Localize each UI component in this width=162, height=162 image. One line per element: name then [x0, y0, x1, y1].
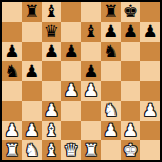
- square-c2[interactable]: ♝: [42, 121, 62, 141]
- square-c1[interactable]: ♝: [42, 140, 62, 160]
- white-queen[interactable]: ♛: [64, 141, 79, 158]
- square-g6[interactable]: [121, 42, 141, 62]
- square-b8[interactable]: ♜: [22, 2, 42, 22]
- white-pawn[interactable]: ♟: [24, 121, 39, 138]
- square-d3[interactable]: [61, 101, 81, 121]
- square-e7[interactable]: ♝: [81, 22, 101, 42]
- square-b5[interactable]: ♟: [22, 61, 42, 81]
- square-f2[interactable]: ♟: [101, 121, 121, 141]
- square-c6[interactable]: ♟: [42, 42, 62, 62]
- square-g7[interactable]: ♟: [121, 22, 141, 42]
- white-knight[interactable]: ♞: [103, 102, 118, 119]
- square-e8[interactable]: [81, 2, 101, 22]
- white-rook[interactable]: ♜: [83, 141, 98, 158]
- white-knight[interactable]: ♞: [24, 141, 39, 158]
- square-d2[interactable]: [61, 121, 81, 141]
- white-rook[interactable]: ♜: [4, 141, 19, 158]
- square-c8[interactable]: ♝: [42, 2, 62, 22]
- white-bishop[interactable]: ♝: [44, 121, 59, 138]
- black-knight[interactable]: ♞: [103, 42, 118, 59]
- square-g3[interactable]: [121, 101, 141, 121]
- square-e5[interactable]: ♟: [81, 61, 101, 81]
- black-rook[interactable]: ♜: [103, 3, 118, 20]
- square-d1[interactable]: ♛: [61, 140, 81, 160]
- square-a4[interactable]: [2, 81, 22, 101]
- square-c3[interactable]: ♟: [42, 101, 62, 121]
- white-king[interactable]: ♚: [123, 141, 138, 158]
- square-a1[interactable]: ♜: [2, 140, 22, 160]
- square-b6[interactable]: [22, 42, 42, 62]
- white-pawn[interactable]: ♟: [143, 102, 158, 119]
- chess-board: ♜♝♜♚♛♝♟♟♟♟♟♟♞♞♟♟♟♟♟♞♟♟♟♝♟♟♜♞♝♛♜♚: [0, 0, 162, 162]
- square-f8[interactable]: ♜: [101, 2, 121, 22]
- square-g2[interactable]: ♟: [121, 121, 141, 141]
- black-pawn[interactable]: ♟: [4, 42, 19, 59]
- square-d8[interactable]: [61, 2, 81, 22]
- square-e6[interactable]: [81, 42, 101, 62]
- square-f3[interactable]: ♞: [101, 101, 121, 121]
- square-a5[interactable]: ♞: [2, 61, 22, 81]
- white-pawn[interactable]: ♟: [83, 82, 98, 99]
- square-b4[interactable]: [22, 81, 42, 101]
- square-b3[interactable]: [22, 101, 42, 121]
- square-g5[interactable]: [121, 61, 141, 81]
- black-pawn[interactable]: ♟: [44, 42, 59, 59]
- black-king[interactable]: ♚: [123, 3, 138, 20]
- square-d6[interactable]: ♟: [61, 42, 81, 62]
- square-b2[interactable]: ♟: [22, 121, 42, 141]
- black-pawn[interactable]: ♟: [24, 62, 39, 79]
- square-h1[interactable]: [140, 140, 160, 160]
- white-pawn[interactable]: ♟: [44, 102, 59, 119]
- square-a3[interactable]: [2, 101, 22, 121]
- black-queen[interactable]: ♛: [44, 23, 59, 40]
- square-a7[interactable]: [2, 22, 22, 42]
- black-bishop[interactable]: ♝: [83, 23, 98, 40]
- square-a8[interactable]: [2, 2, 22, 22]
- white-pawn[interactable]: ♟: [4, 121, 19, 138]
- black-pawn[interactable]: ♟: [123, 23, 138, 40]
- black-bishop[interactable]: ♝: [44, 3, 59, 20]
- white-pawn[interactable]: ♟: [123, 121, 138, 138]
- square-h3[interactable]: ♟: [140, 101, 160, 121]
- square-d7[interactable]: [61, 22, 81, 42]
- square-e2[interactable]: [81, 121, 101, 141]
- black-pawn[interactable]: ♟: [83, 62, 98, 79]
- square-e3[interactable]: [81, 101, 101, 121]
- square-f7[interactable]: ♟: [101, 22, 121, 42]
- square-d4[interactable]: ♟: [61, 81, 81, 101]
- square-g1[interactable]: ♚: [121, 140, 141, 160]
- black-rook[interactable]: ♜: [24, 3, 39, 20]
- square-d5[interactable]: [61, 61, 81, 81]
- square-a6[interactable]: ♟: [2, 42, 22, 62]
- square-h4[interactable]: [140, 81, 160, 101]
- square-e1[interactable]: ♜: [81, 140, 101, 160]
- white-pawn[interactable]: ♟: [64, 82, 79, 99]
- square-c5[interactable]: [42, 61, 62, 81]
- square-c7[interactable]: ♛: [42, 22, 62, 42]
- square-h6[interactable]: [140, 42, 160, 62]
- square-h2[interactable]: [140, 121, 160, 141]
- square-f1[interactable]: [101, 140, 121, 160]
- square-f5[interactable]: [101, 61, 121, 81]
- square-f4[interactable]: [101, 81, 121, 101]
- square-a2[interactable]: ♟: [2, 121, 22, 141]
- white-bishop[interactable]: ♝: [44, 141, 59, 158]
- black-pawn[interactable]: ♟: [143, 23, 158, 40]
- square-b1[interactable]: ♞: [22, 140, 42, 160]
- square-b7[interactable]: [22, 22, 42, 42]
- square-g8[interactable]: ♚: [121, 2, 141, 22]
- square-h5[interactable]: [140, 61, 160, 81]
- square-f6[interactable]: ♞: [101, 42, 121, 62]
- square-c4[interactable]: [42, 81, 62, 101]
- black-knight[interactable]: ♞: [4, 62, 19, 79]
- square-h8[interactable]: [140, 2, 160, 22]
- square-g4[interactable]: [121, 81, 141, 101]
- square-e4[interactable]: ♟: [81, 81, 101, 101]
- square-h7[interactable]: ♟: [140, 22, 160, 42]
- white-pawn[interactable]: ♟: [103, 121, 118, 138]
- black-pawn[interactable]: ♟: [64, 42, 79, 59]
- black-pawn[interactable]: ♟: [103, 23, 118, 40]
